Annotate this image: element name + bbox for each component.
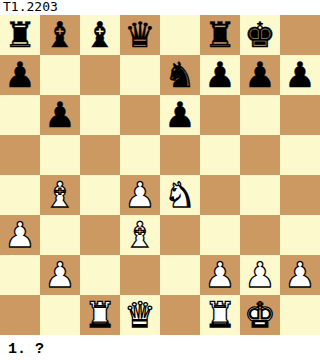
square-h3[interactable] <box>280 215 320 255</box>
piece-black-pawn: ♟ <box>204 55 235 95</box>
square-f4[interactable] <box>200 175 240 215</box>
square-c2[interactable] <box>80 255 120 295</box>
square-a3[interactable]: ♟ <box>0 215 40 255</box>
square-c7[interactable] <box>80 55 120 95</box>
square-h7[interactable]: ♟ <box>280 55 320 95</box>
square-a4[interactable] <box>0 175 40 215</box>
square-g2[interactable]: ♟ <box>240 255 280 295</box>
piece-white-pawn: ♟ <box>124 175 155 215</box>
square-a5[interactable] <box>0 135 40 175</box>
square-e1[interactable] <box>160 295 200 335</box>
square-c8[interactable]: ♝ <box>80 15 120 55</box>
square-d1[interactable]: ♛ <box>120 295 160 335</box>
piece-black-pawn: ♟ <box>244 55 275 95</box>
piece-black-rook: ♜ <box>4 15 35 55</box>
piece-white-queen: ♛ <box>124 295 155 335</box>
square-e3[interactable] <box>160 215 200 255</box>
square-b6[interactable]: ♟ <box>40 95 80 135</box>
square-g1[interactable]: ♚ <box>240 295 280 335</box>
square-h5[interactable] <box>280 135 320 175</box>
square-e4[interactable]: ♞ <box>160 175 200 215</box>
square-b2[interactable]: ♟ <box>40 255 80 295</box>
square-g6[interactable] <box>240 95 280 135</box>
square-b3[interactable] <box>40 215 80 255</box>
square-c5[interactable] <box>80 135 120 175</box>
piece-white-knight: ♞ <box>164 175 195 215</box>
square-d2[interactable] <box>120 255 160 295</box>
square-f7[interactable]: ♟ <box>200 55 240 95</box>
piece-black-bishop: ♝ <box>84 15 115 55</box>
piece-white-bishop: ♝ <box>44 175 75 215</box>
square-d5[interactable] <box>120 135 160 175</box>
square-a6[interactable] <box>0 95 40 135</box>
piece-white-pawn: ♟ <box>204 255 235 295</box>
piece-white-pawn: ♟ <box>4 215 35 255</box>
square-h1[interactable] <box>280 295 320 335</box>
piece-black-rook: ♜ <box>204 15 235 55</box>
square-h4[interactable] <box>280 175 320 215</box>
square-g8[interactable]: ♚ <box>240 15 280 55</box>
square-a7[interactable]: ♟ <box>0 55 40 95</box>
square-g3[interactable] <box>240 215 280 255</box>
square-c3[interactable] <box>80 215 120 255</box>
square-d4[interactable]: ♟ <box>120 175 160 215</box>
piece-black-pawn: ♟ <box>284 55 315 95</box>
square-f5[interactable] <box>200 135 240 175</box>
piece-white-rook: ♜ <box>84 295 115 335</box>
piece-white-rook: ♜ <box>204 295 235 335</box>
piece-white-pawn: ♟ <box>44 255 75 295</box>
square-e8[interactable] <box>160 15 200 55</box>
square-f3[interactable] <box>200 215 240 255</box>
puzzle-title: T1.2203 <box>0 0 320 15</box>
piece-black-pawn: ♟ <box>164 95 195 135</box>
square-c1[interactable]: ♜ <box>80 295 120 335</box>
square-e7[interactable]: ♞ <box>160 55 200 95</box>
square-b5[interactable] <box>40 135 80 175</box>
square-a2[interactable] <box>0 255 40 295</box>
square-b8[interactable]: ♝ <box>40 15 80 55</box>
piece-black-bishop: ♝ <box>44 15 75 55</box>
square-h2[interactable]: ♟ <box>280 255 320 295</box>
square-g7[interactable]: ♟ <box>240 55 280 95</box>
square-f8[interactable]: ♜ <box>200 15 240 55</box>
square-b1[interactable] <box>40 295 80 335</box>
move-prompt: 1. ? <box>0 335 320 358</box>
square-c6[interactable] <box>80 95 120 135</box>
square-g5[interactable] <box>240 135 280 175</box>
piece-white-king: ♚ <box>244 295 275 335</box>
piece-black-pawn: ♟ <box>4 55 35 95</box>
piece-black-king: ♚ <box>244 15 275 55</box>
square-h8[interactable] <box>280 15 320 55</box>
square-f1[interactable]: ♜ <box>200 295 240 335</box>
piece-black-queen: ♛ <box>124 15 155 55</box>
square-d7[interactable] <box>120 55 160 95</box>
square-d8[interactable]: ♛ <box>120 15 160 55</box>
square-g4[interactable] <box>240 175 280 215</box>
piece-white-pawn: ♟ <box>244 255 275 295</box>
square-d3[interactable]: ♝ <box>120 215 160 255</box>
square-a8[interactable]: ♜ <box>0 15 40 55</box>
square-e6[interactable]: ♟ <box>160 95 200 135</box>
square-c4[interactable] <box>80 175 120 215</box>
square-a1[interactable] <box>0 295 40 335</box>
piece-black-knight: ♞ <box>164 55 195 95</box>
square-h6[interactable] <box>280 95 320 135</box>
piece-black-pawn: ♟ <box>44 95 75 135</box>
square-f6[interactable] <box>200 95 240 135</box>
piece-white-bishop: ♝ <box>124 215 155 255</box>
square-d6[interactable] <box>120 95 160 135</box>
square-f2[interactable]: ♟ <box>200 255 240 295</box>
square-b7[interactable] <box>40 55 80 95</box>
piece-white-pawn: ♟ <box>284 255 315 295</box>
square-e5[interactable] <box>160 135 200 175</box>
square-b4[interactable]: ♝ <box>40 175 80 215</box>
chess-board: ♜♝♝♛♜♚♟♞♟♟♟♟♟♝♟♞♟♝♟♟♟♟♜♛♜♚ <box>0 15 320 335</box>
square-e2[interactable] <box>160 255 200 295</box>
